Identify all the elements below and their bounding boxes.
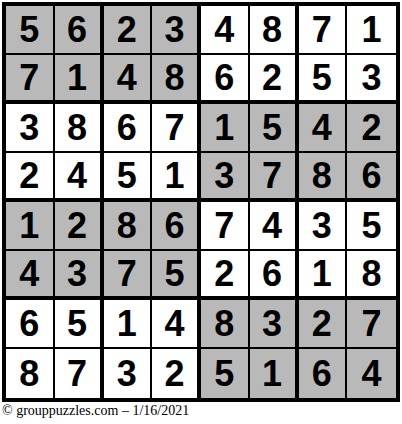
sudoku-cell-r5c1: 1	[6, 202, 55, 251]
sudoku-cell-r7c8: 7	[347, 300, 396, 349]
sudoku-cell-r8c3: 3	[104, 349, 153, 398]
sudoku-cell-r8c7: 6	[299, 349, 348, 398]
sudoku-cell-r2c1: 7	[6, 55, 55, 104]
sudoku-cell-r1c2: 6	[55, 6, 104, 55]
sudoku-cell-r5c6: 4	[250, 202, 299, 251]
sudoku-cell-r3c5: 1	[201, 104, 250, 153]
sudoku-cell-r8c5: 5	[201, 349, 250, 398]
sudoku-cell-r6c6: 6	[250, 251, 299, 300]
sudoku-cell-r1c1: 5	[6, 6, 55, 55]
sudoku-cell-r4c8: 6	[347, 153, 396, 202]
sudoku-cell-r6c8: 8	[347, 251, 396, 300]
sudoku-cell-r2c5: 6	[201, 55, 250, 104]
sudoku-cell-r2c2: 1	[55, 55, 104, 104]
sudoku-cell-r8c2: 7	[55, 349, 104, 398]
sudoku-cell-r4c7: 8	[299, 153, 348, 202]
sudoku-cell-r3c2: 8	[55, 104, 104, 153]
sudoku-cell-r5c8: 5	[347, 202, 396, 251]
sudoku-cell-r7c6: 3	[250, 300, 299, 349]
sudoku-cell-r7c2: 5	[55, 300, 104, 349]
sudoku-cell-r3c6: 5	[250, 104, 299, 153]
sudoku-cell-r7c5: 8	[201, 300, 250, 349]
sudoku-cell-r1c8: 1	[347, 6, 396, 55]
sudoku-cell-r6c5: 2	[201, 251, 250, 300]
sudoku-cell-r6c1: 4	[6, 251, 55, 300]
sudoku-cell-r4c4: 1	[152, 153, 201, 202]
sudoku-cell-r8c8: 4	[347, 349, 396, 398]
sudoku-cell-r7c4: 4	[152, 300, 201, 349]
sudoku-cell-r5c7: 3	[299, 202, 348, 251]
sudoku-cell-r2c8: 3	[347, 55, 396, 104]
sudoku-cell-r5c5: 7	[201, 202, 250, 251]
sudoku-cell-r2c7: 5	[299, 55, 348, 104]
sudoku-cell-r4c2: 4	[55, 153, 104, 202]
sudoku-cell-r1c3: 2	[104, 6, 153, 55]
sudoku-cell-r6c2: 3	[55, 251, 104, 300]
sudoku-cell-r8c4: 2	[152, 349, 201, 398]
sudoku-cell-r6c7: 1	[299, 251, 348, 300]
sudoku-cell-r5c4: 6	[152, 202, 201, 251]
sudoku-cell-r2c6: 2	[250, 55, 299, 104]
sudoku-cell-r3c7: 4	[299, 104, 348, 153]
sudoku-cell-r7c1: 6	[6, 300, 55, 349]
sudoku-cell-r6c4: 5	[152, 251, 201, 300]
sudoku-cell-r1c5: 4	[201, 6, 250, 55]
sudoku-cell-r7c3: 1	[104, 300, 153, 349]
sudoku-cell-r3c1: 3	[6, 104, 55, 153]
sudoku-cell-r3c8: 2	[347, 104, 396, 153]
sudoku-cell-r8c6: 1	[250, 349, 299, 398]
sudoku-board: 5623487171486253386715422451378612867435…	[2, 2, 400, 402]
sudoku-cell-r1c4: 3	[152, 6, 201, 55]
sudoku-cell-r4c6: 7	[250, 153, 299, 202]
sudoku-cell-r3c3: 6	[104, 104, 153, 153]
sudoku-cell-r4c3: 5	[104, 153, 153, 202]
sudoku-cell-r5c2: 2	[55, 202, 104, 251]
sudoku-cell-r5c3: 8	[104, 202, 153, 251]
sudoku-cell-r3c4: 7	[152, 104, 201, 153]
sudoku-cell-r4c5: 3	[201, 153, 250, 202]
sudoku-cell-r1c6: 8	[250, 6, 299, 55]
sudoku-cell-r1c7: 7	[299, 6, 348, 55]
sudoku-cell-r4c1: 2	[6, 153, 55, 202]
sudoku-cell-r7c7: 2	[299, 300, 348, 349]
sudoku-cell-r2c3: 4	[104, 55, 153, 104]
copyright-text: © grouppuzzles.com – 1/16/2021	[2, 403, 400, 419]
sudoku-cell-r8c1: 8	[6, 349, 55, 398]
sudoku-cell-r6c3: 7	[104, 251, 153, 300]
sudoku-cell-r2c4: 8	[152, 55, 201, 104]
